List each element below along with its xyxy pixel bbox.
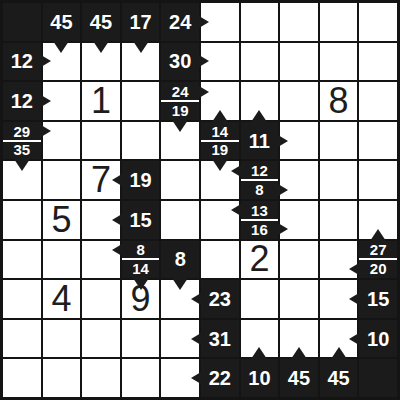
arrow-left-icon bbox=[191, 293, 201, 305]
cell-r3c9[interactable] bbox=[359, 122, 397, 160]
arrow-left-icon bbox=[349, 293, 359, 305]
clue-divider bbox=[122, 258, 160, 260]
clue-value: 35 bbox=[3, 141, 41, 160]
clue-value: 8 bbox=[122, 241, 160, 260]
cell-r9c1[interactable] bbox=[43, 359, 81, 397]
cell-r6c4: 8 bbox=[161, 241, 199, 279]
cell-r5c0[interactable] bbox=[3, 201, 41, 239]
cell-r3c0: 2935 bbox=[3, 122, 41, 160]
cell-r7c1[interactable]: 4 bbox=[43, 280, 81, 318]
clue-value: 22 bbox=[201, 359, 239, 397]
clue-value: 20 bbox=[359, 259, 397, 278]
cell-r9c7: 45 bbox=[280, 359, 318, 397]
clue-value: 31 bbox=[201, 320, 239, 358]
clue-value: 8 bbox=[161, 241, 199, 279]
clue-value: 17 bbox=[122, 3, 160, 41]
cell-r6c3: 814 bbox=[122, 241, 160, 279]
arrow-right-icon bbox=[278, 223, 288, 235]
answer-digit: 1 bbox=[82, 82, 120, 120]
cell-r0c0 bbox=[3, 3, 41, 41]
cell-r1c8[interactable] bbox=[320, 43, 358, 81]
clue-value: 19 bbox=[201, 141, 239, 160]
cell-r4c6: 128 bbox=[241, 161, 279, 199]
cell-r9c9 bbox=[359, 359, 397, 397]
cell-r9c5: 22 bbox=[201, 359, 239, 397]
arrow-down-icon bbox=[93, 41, 109, 53]
clue-divider bbox=[201, 140, 239, 142]
answer-digit: 5 bbox=[43, 201, 81, 239]
cell-r1c0: 12 bbox=[3, 43, 41, 81]
cell-r3c6: 11 bbox=[241, 122, 279, 160]
cell-r1c4: 30 bbox=[161, 43, 199, 81]
cell-r6c1[interactable] bbox=[43, 241, 81, 279]
clue-value: 30 bbox=[161, 43, 199, 81]
cell-r7c7[interactable] bbox=[280, 280, 318, 318]
cell-r1c9[interactable] bbox=[359, 43, 397, 81]
cell-r4c4[interactable] bbox=[161, 161, 199, 199]
cell-r0c7[interactable] bbox=[280, 3, 318, 41]
answer-digit: 4 bbox=[43, 280, 81, 318]
cell-r8c3[interactable] bbox=[122, 320, 160, 358]
arrow-right-icon bbox=[41, 55, 51, 67]
cell-r2c2[interactable]: 1 bbox=[82, 82, 120, 120]
arrow-right-icon bbox=[278, 184, 288, 196]
clue-value: 15 bbox=[122, 201, 160, 239]
cell-r3c2[interactable] bbox=[82, 122, 120, 160]
arrow-up-icon bbox=[370, 229, 386, 241]
clue-divider bbox=[359, 258, 397, 260]
arrow-left-icon bbox=[112, 174, 122, 186]
cell-r2c7[interactable] bbox=[280, 82, 318, 120]
arrow-down-icon bbox=[212, 159, 228, 171]
clue-divider bbox=[3, 140, 41, 142]
cell-r0c4: 24 bbox=[161, 3, 199, 41]
clue-value: 10 bbox=[241, 359, 279, 397]
clue-divider bbox=[241, 179, 279, 181]
clue-value: 12 bbox=[3, 43, 41, 81]
cell-r2c4: 2419 bbox=[161, 82, 199, 120]
arrow-left-icon bbox=[231, 204, 241, 216]
arrow-left-icon bbox=[191, 372, 201, 384]
cell-r9c2[interactable] bbox=[82, 359, 120, 397]
cell-r0c1: 45 bbox=[43, 3, 81, 41]
clue-value: 12 bbox=[3, 82, 41, 120]
clue-value: 45 bbox=[43, 3, 81, 41]
arrow-up-icon bbox=[331, 347, 347, 359]
cell-r7c6[interactable] bbox=[241, 280, 279, 318]
cell-r5c3: 15 bbox=[122, 201, 160, 239]
answer-digit: 8 bbox=[320, 82, 358, 120]
cell-r0c6[interactable] bbox=[241, 3, 279, 41]
cell-r3c3[interactable] bbox=[122, 122, 160, 160]
cell-r4c3: 19 bbox=[122, 161, 160, 199]
clue-value: 10 bbox=[359, 320, 397, 358]
cell-r7c9: 15 bbox=[359, 280, 397, 318]
clue-value: 24 bbox=[161, 82, 199, 101]
cell-r1c7[interactable] bbox=[280, 43, 318, 81]
arrow-left-icon bbox=[349, 333, 359, 345]
clue-value: 27 bbox=[359, 241, 397, 260]
cell-r4c9[interactable] bbox=[359, 161, 397, 199]
clue-value: 23 bbox=[201, 280, 239, 318]
clue-value: 16 bbox=[241, 220, 279, 239]
cell-r8c2[interactable] bbox=[82, 320, 120, 358]
clue-divider bbox=[161, 100, 199, 102]
cell-r0c2: 45 bbox=[82, 3, 120, 41]
cell-r7c2[interactable] bbox=[82, 280, 120, 318]
clue-value: 29 bbox=[3, 122, 41, 141]
clue-value: 45 bbox=[280, 359, 318, 397]
cell-r6c6[interactable]: 2 bbox=[241, 241, 279, 279]
arrow-left-icon bbox=[231, 165, 241, 177]
cell-r3c8[interactable] bbox=[320, 122, 358, 160]
cell-r4c8[interactable] bbox=[320, 161, 358, 199]
cell-r3c5: 1419 bbox=[201, 122, 239, 160]
arrow-right-icon bbox=[199, 55, 209, 67]
cell-r6c7[interactable] bbox=[280, 241, 318, 279]
arrow-right-icon bbox=[199, 86, 209, 98]
arrow-down-icon bbox=[53, 41, 69, 53]
cell-r8c0[interactable] bbox=[3, 320, 41, 358]
arrow-right-icon bbox=[278, 135, 288, 147]
clue-value: 19 bbox=[161, 101, 199, 120]
arrow-up-icon bbox=[291, 347, 307, 359]
arrow-down-icon bbox=[172, 120, 188, 132]
cell-r2c9[interactable] bbox=[359, 82, 397, 120]
arrow-right-icon bbox=[199, 16, 209, 28]
clue-value: 19 bbox=[122, 161, 160, 199]
clue-value: 12 bbox=[241, 161, 279, 180]
arrow-left-icon bbox=[112, 214, 122, 226]
cell-r1c6[interactable] bbox=[241, 43, 279, 81]
cell-r8c5: 31 bbox=[201, 320, 239, 358]
clue-value: 15 bbox=[359, 280, 397, 318]
clue-value: 14 bbox=[201, 122, 239, 141]
cell-r2c8[interactable]: 8 bbox=[320, 82, 358, 120]
cell-r9c0[interactable] bbox=[3, 359, 41, 397]
clue-value: 11 bbox=[241, 122, 279, 160]
arrow-left-icon bbox=[191, 333, 201, 345]
arrow-up-icon bbox=[251, 347, 267, 359]
clue-value: 14 bbox=[122, 259, 160, 278]
cell-r5c6: 1316 bbox=[241, 201, 279, 239]
cell-r7c0[interactable] bbox=[3, 280, 41, 318]
cell-r6c9: 2720 bbox=[359, 241, 397, 279]
arrow-down-icon bbox=[133, 278, 149, 290]
cell-r9c6: 10 bbox=[241, 359, 279, 397]
cell-r6c5[interactable] bbox=[201, 241, 239, 279]
cell-r5c1[interactable]: 5 bbox=[43, 201, 81, 239]
clue-value: 24 bbox=[161, 3, 199, 41]
kakuro-board: 4545172412301212419829351419117191285151… bbox=[0, 0, 400, 400]
arrow-up-icon bbox=[212, 110, 228, 122]
cell-r5c8[interactable] bbox=[320, 201, 358, 239]
arrow-right-icon bbox=[41, 95, 51, 107]
arrow-down-icon bbox=[133, 41, 149, 53]
clue-divider bbox=[241, 219, 279, 221]
arrow-right-icon bbox=[41, 125, 51, 137]
cell-r0c3: 17 bbox=[122, 3, 160, 41]
clue-value: 8 bbox=[241, 180, 279, 199]
clue-value: 45 bbox=[320, 359, 358, 397]
arrow-down-icon bbox=[172, 278, 188, 290]
clue-value: 45 bbox=[82, 3, 120, 41]
arrow-down-icon bbox=[14, 159, 30, 171]
cell-r4c1[interactable] bbox=[43, 161, 81, 199]
arrow-left-icon bbox=[349, 263, 359, 275]
cell-r6c0[interactable] bbox=[3, 241, 41, 279]
answer-digit: 2 bbox=[241, 241, 279, 279]
cell-r9c3[interactable] bbox=[122, 359, 160, 397]
cell-r2c3[interactable] bbox=[122, 82, 160, 120]
cell-r9c8: 45 bbox=[320, 359, 358, 397]
arrow-up-icon bbox=[251, 110, 267, 122]
arrow-left-icon bbox=[112, 244, 122, 256]
cell-r5c4[interactable] bbox=[161, 201, 199, 239]
cell-r2c0: 12 bbox=[3, 82, 41, 120]
cell-r0c8[interactable] bbox=[320, 3, 358, 41]
cell-r8c9: 10 bbox=[359, 320, 397, 358]
clue-value: 13 bbox=[241, 201, 279, 220]
cell-r8c1[interactable] bbox=[43, 320, 81, 358]
cell-r0c9[interactable] bbox=[359, 3, 397, 41]
cell-r7c5: 23 bbox=[201, 280, 239, 318]
